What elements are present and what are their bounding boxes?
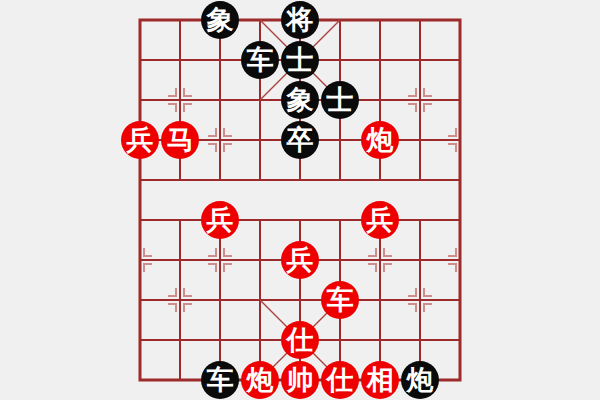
xiangqi-board-screen: 象将车士象士兵马卒炮兵兵兵车仕车炮帅仕相炮 xyxy=(0,0,600,400)
piece-red-elephant[interactable]: 相 xyxy=(361,361,399,399)
piece-red-soldier[interactable]: 兵 xyxy=(201,201,239,239)
piece-red-soldier[interactable]: 兵 xyxy=(121,121,159,159)
piece-black-elephant[interactable]: 象 xyxy=(281,81,319,119)
piece-red-chariot[interactable]: 车 xyxy=(321,281,359,319)
piece-red-advisor[interactable]: 仕 xyxy=(281,321,319,359)
piece-red-advisor[interactable]: 仕 xyxy=(321,361,359,399)
piece-black-chariot[interactable]: 车 xyxy=(201,361,239,399)
piece-red-soldier[interactable]: 兵 xyxy=(361,201,399,239)
piece-black-chariot[interactable]: 车 xyxy=(241,41,279,79)
piece-black-soldier[interactable]: 卒 xyxy=(281,121,319,159)
piece-black-advisor[interactable]: 士 xyxy=(321,81,359,119)
piece-red-soldier[interactable]: 兵 xyxy=(281,241,319,279)
piece-red-horse[interactable]: 马 xyxy=(161,121,199,159)
piece-black-advisor[interactable]: 士 xyxy=(281,41,319,79)
piece-black-elephant[interactable]: 象 xyxy=(201,1,239,39)
piece-red-general[interactable]: 帅 xyxy=(281,361,319,399)
piece-red-cannon[interactable]: 炮 xyxy=(241,361,279,399)
pieces-layer: 象将车士象士兵马卒炮兵兵兵车仕车炮帅仕相炮 xyxy=(0,0,600,400)
piece-black-general[interactable]: 将 xyxy=(281,1,319,39)
piece-red-cannon[interactable]: 炮 xyxy=(361,121,399,159)
piece-black-cannon[interactable]: 炮 xyxy=(401,361,439,399)
